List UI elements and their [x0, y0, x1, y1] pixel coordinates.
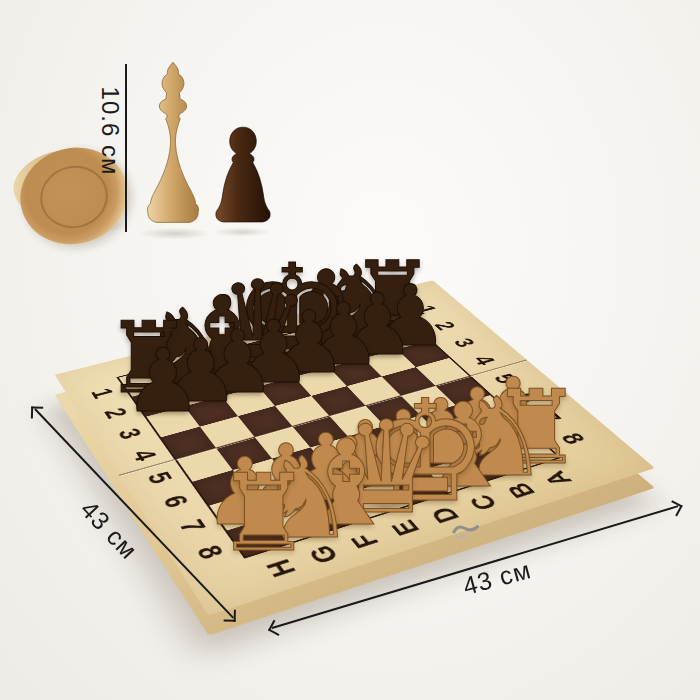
chess-board: 1122334455667788HGFEDCBA	[55, 280, 655, 616]
file-label-A: A	[538, 469, 576, 489]
rank-label-left-1: 1	[85, 386, 117, 401]
file-label-C: C	[463, 492, 502, 513]
file-label-B: B	[501, 480, 540, 501]
rank-label-right-2: 2	[429, 319, 459, 332]
rank-label-right-3: 3	[448, 336, 479, 349]
rank-label-left-6: 6	[157, 492, 193, 510]
rank-label-right-6: 6	[509, 390, 542, 405]
rank-label-left-5: 5	[141, 469, 176, 486]
rank-label-left-8: 8	[190, 542, 228, 562]
rank-label-right-1: 1	[411, 303, 440, 315]
file-label-E: E	[385, 517, 424, 538]
file-label-H: H	[260, 556, 301, 580]
height-measure-line	[125, 64, 127, 232]
rank-label-left-4: 4	[126, 447, 160, 464]
rank-label-right-5: 5	[488, 372, 520, 386]
width-measure-label: 43 см	[460, 555, 535, 601]
rank-label-left-7: 7	[173, 517, 210, 536]
rank-label-left-2: 2	[98, 405, 131, 420]
showcase-pawn-piece	[212, 119, 274, 231]
file-label-F: F	[345, 531, 383, 552]
board-grid	[119, 307, 559, 556]
file-label-G: G	[302, 542, 343, 566]
rank-label-right-4: 4	[468, 354, 499, 368]
rank-label-right-8: 8	[555, 430, 589, 446]
product-photo-scene: 10.6 см 1122334455667788HGFEDCBA ♜♞♝♛♚♝♞…	[0, 0, 700, 700]
showcase-king-piece	[137, 56, 209, 234]
rank-label-left-3: 3	[112, 426, 146, 442]
rank-label-right-7: 7	[532, 410, 565, 425]
height-measure-label: 10.6 см	[96, 87, 124, 176]
